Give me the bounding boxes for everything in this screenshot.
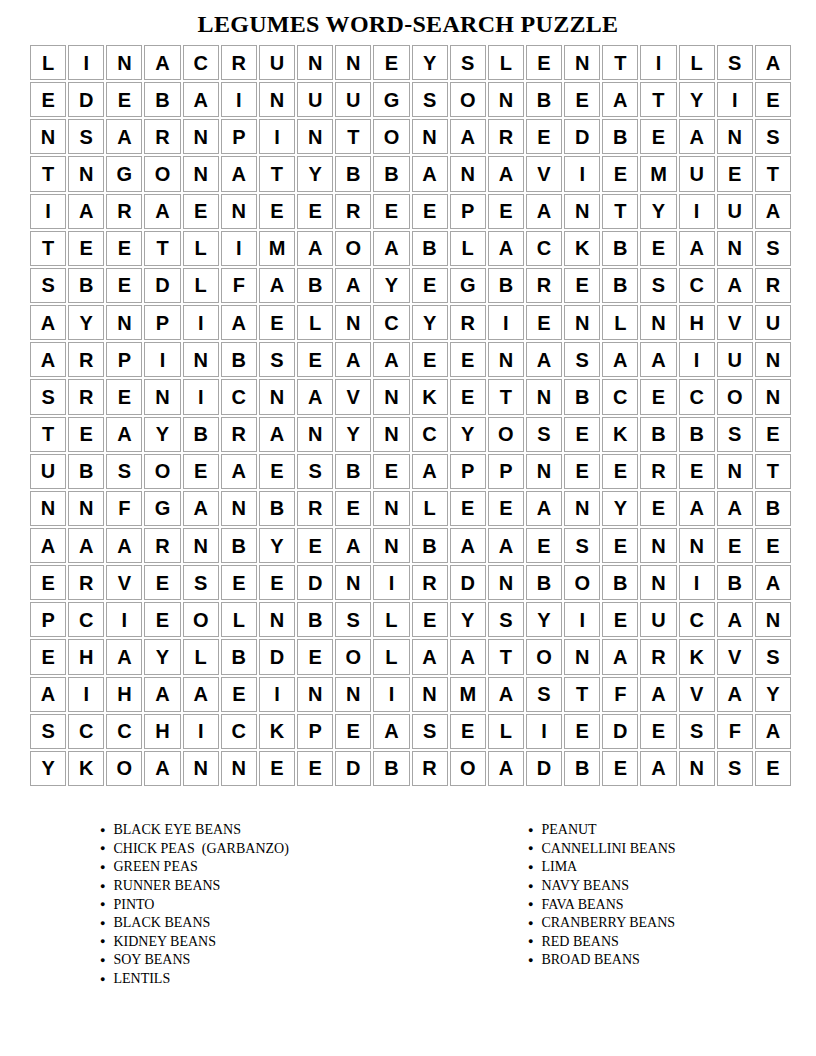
grid-cell[interactable]: G (450, 268, 486, 303)
grid-cell[interactable]: E (450, 491, 486, 526)
grid-cell[interactable]: A (526, 491, 562, 526)
grid-cell[interactable]: D (335, 751, 371, 786)
grid-cell[interactable]: S (259, 342, 295, 377)
grid-cell[interactable]: I (221, 231, 257, 266)
grid-cell[interactable]: N (755, 379, 791, 414)
grid-cell[interactable]: S (412, 714, 448, 749)
grid-cell[interactable]: S (564, 342, 600, 377)
grid-cell[interactable]: N (221, 491, 257, 526)
grid-cell[interactable]: F (717, 714, 753, 749)
grid-cell[interactable]: B (221, 342, 257, 377)
grid-cell[interactable]: A (526, 342, 562, 377)
grid-cell[interactable]: B (68, 268, 104, 303)
grid-cell[interactable]: E (526, 119, 562, 154)
grid-cell[interactable]: O (183, 602, 219, 637)
grid-cell[interactable]: I (488, 305, 524, 340)
grid-cell[interactable]: L (373, 639, 409, 674)
grid-cell[interactable]: D (259, 639, 295, 674)
grid-cell[interactable]: S (717, 417, 753, 452)
grid-cell[interactable]: C (221, 714, 257, 749)
grid-cell[interactable]: I (679, 342, 715, 377)
grid-cell[interactable]: B (144, 82, 180, 117)
grid-cell[interactable]: R (221, 45, 257, 80)
grid-cell[interactable]: K (68, 751, 104, 786)
grid-cell[interactable]: I (183, 714, 219, 749)
grid-cell[interactable]: I (259, 119, 295, 154)
grid-cell[interactable]: E (221, 677, 257, 712)
grid-cell[interactable]: O (144, 156, 180, 191)
grid-cell[interactable]: E (106, 82, 142, 117)
grid-cell[interactable]: N (679, 528, 715, 563)
grid-cell[interactable]: A (221, 454, 257, 489)
grid-cell[interactable]: K (259, 714, 295, 749)
grid-cell[interactable]: E (488, 194, 524, 229)
grid-cell[interactable]: A (30, 342, 66, 377)
grid-cell[interactable]: H (68, 639, 104, 674)
grid-cell[interactable]: B (335, 454, 371, 489)
grid-cell[interactable]: N (259, 602, 295, 637)
grid-cell[interactable]: Y (450, 602, 486, 637)
grid-cell[interactable]: L (412, 491, 448, 526)
grid-cell[interactable]: N (259, 82, 295, 117)
grid-cell[interactable]: N (679, 751, 715, 786)
grid-cell[interactable]: N (183, 528, 219, 563)
grid-cell[interactable]: A (602, 342, 638, 377)
grid-cell[interactable]: R (412, 565, 448, 600)
grid-cell[interactable]: R (755, 268, 791, 303)
grid-cell[interactable]: A (106, 417, 142, 452)
grid-cell[interactable]: A (640, 751, 676, 786)
grid-cell[interactable]: D (564, 119, 600, 154)
grid-cell[interactable]: A (450, 119, 486, 154)
grid-cell[interactable]: A (335, 342, 371, 377)
grid-cell[interactable]: Y (297, 156, 333, 191)
grid-cell[interactable]: B (373, 751, 409, 786)
grid-cell[interactable]: G (373, 82, 409, 117)
grid-cell[interactable]: M (450, 677, 486, 712)
grid-cell[interactable]: E (755, 751, 791, 786)
grid-cell[interactable]: C (679, 602, 715, 637)
grid-cell[interactable]: E (297, 751, 333, 786)
grid-cell[interactable]: A (755, 194, 791, 229)
grid-cell[interactable]: O (526, 639, 562, 674)
grid-cell[interactable]: L (450, 231, 486, 266)
grid-cell[interactable]: V (679, 677, 715, 712)
grid-cell[interactable]: A (450, 528, 486, 563)
grid-cell[interactable]: B (412, 528, 448, 563)
grid-cell[interactable]: L (30, 45, 66, 80)
grid-cell[interactable]: A (412, 639, 448, 674)
grid-cell[interactable]: L (183, 231, 219, 266)
grid-cell[interactable]: S (450, 45, 486, 80)
grid-cell[interactable]: D (144, 268, 180, 303)
grid-cell[interactable]: C (526, 231, 562, 266)
grid-cell[interactable]: U (30, 454, 66, 489)
grid-cell[interactable]: E (602, 602, 638, 637)
grid-cell[interactable]: E (373, 454, 409, 489)
grid-cell[interactable]: O (450, 82, 486, 117)
grid-cell[interactable]: E (717, 156, 753, 191)
grid-cell[interactable]: N (717, 231, 753, 266)
grid-cell[interactable]: E (526, 305, 562, 340)
grid-cell[interactable]: N (488, 565, 524, 600)
grid-cell[interactable]: C (602, 379, 638, 414)
grid-cell[interactable]: A (106, 119, 142, 154)
grid-cell[interactable]: T (640, 82, 676, 117)
grid-cell[interactable]: O (450, 751, 486, 786)
grid-cell[interactable]: N (717, 454, 753, 489)
grid-cell[interactable]: T (602, 45, 638, 80)
grid-cell[interactable]: O (335, 639, 371, 674)
grid-cell[interactable]: Y (412, 45, 448, 80)
grid-cell[interactable]: R (144, 119, 180, 154)
grid-cell[interactable]: B (602, 565, 638, 600)
grid-cell[interactable]: S (679, 714, 715, 749)
grid-cell[interactable]: B (221, 639, 257, 674)
grid-cell[interactable]: S (30, 714, 66, 749)
grid-cell[interactable]: L (488, 45, 524, 80)
grid-cell[interactable]: I (564, 156, 600, 191)
grid-cell[interactable]: A (144, 194, 180, 229)
grid-cell[interactable]: U (755, 305, 791, 340)
grid-cell[interactable]: L (679, 45, 715, 80)
grid-cell[interactable]: B (412, 231, 448, 266)
grid-cell[interactable]: N (412, 677, 448, 712)
grid-cell[interactable]: R (335, 194, 371, 229)
grid-cell[interactable]: S (755, 231, 791, 266)
grid-cell[interactable]: E (564, 82, 600, 117)
grid-cell[interactable]: N (755, 342, 791, 377)
grid-cell[interactable]: A (679, 491, 715, 526)
grid-cell[interactable]: B (602, 231, 638, 266)
grid-cell[interactable]: B (679, 417, 715, 452)
grid-cell[interactable]: A (679, 231, 715, 266)
grid-cell[interactable]: N (183, 119, 219, 154)
grid-cell[interactable]: A (335, 528, 371, 563)
grid-cell[interactable]: L (183, 268, 219, 303)
grid-cell[interactable]: R (297, 491, 333, 526)
grid-cell[interactable]: I (30, 194, 66, 229)
grid-cell[interactable]: A (144, 751, 180, 786)
grid-cell[interactable]: N (526, 454, 562, 489)
grid-cell[interactable]: I (373, 565, 409, 600)
grid-cell[interactable]: E (412, 194, 448, 229)
grid-cell[interactable]: E (602, 454, 638, 489)
grid-cell[interactable]: C (183, 45, 219, 80)
grid-cell[interactable]: B (564, 751, 600, 786)
grid-cell[interactable]: N (755, 602, 791, 637)
grid-cell[interactable]: L (373, 602, 409, 637)
grid-cell[interactable]: E (602, 528, 638, 563)
grid-cell[interactable]: N (106, 45, 142, 80)
grid-cell[interactable]: S (68, 119, 104, 154)
grid-cell[interactable]: Y (259, 528, 295, 563)
grid-cell[interactable]: N (297, 119, 333, 154)
grid-cell[interactable]: U (717, 342, 753, 377)
grid-cell[interactable]: N (640, 305, 676, 340)
grid-cell[interactable]: R (640, 639, 676, 674)
grid-cell[interactable]: T (30, 417, 66, 452)
grid-cell[interactable]: T (755, 454, 791, 489)
grid-cell[interactable]: C (106, 714, 142, 749)
grid-cell[interactable]: V (717, 305, 753, 340)
grid-cell[interactable]: E (450, 714, 486, 749)
grid-cell[interactable]: I (259, 677, 295, 712)
grid-cell[interactable]: D (526, 751, 562, 786)
grid-cell[interactable]: Y (335, 417, 371, 452)
grid-cell[interactable]: S (717, 751, 753, 786)
grid-cell[interactable]: T (30, 156, 66, 191)
grid-cell[interactable]: I (526, 714, 562, 749)
grid-cell[interactable]: A (717, 491, 753, 526)
grid-cell[interactable]: S (30, 379, 66, 414)
grid-cell[interactable]: N (297, 45, 333, 80)
grid-cell[interactable]: N (564, 305, 600, 340)
grid-cell[interactable]: O (717, 379, 753, 414)
grid-cell[interactable]: I (144, 342, 180, 377)
grid-cell[interactable]: A (106, 528, 142, 563)
grid-cell[interactable]: I (68, 677, 104, 712)
grid-cell[interactable]: R (221, 417, 257, 452)
grid-cell[interactable]: E (564, 268, 600, 303)
grid-cell[interactable]: E (640, 714, 676, 749)
grid-cell[interactable]: N (373, 491, 409, 526)
grid-cell[interactable]: A (717, 602, 753, 637)
grid-cell[interactable]: A (373, 714, 409, 749)
grid-cell[interactable]: A (221, 305, 257, 340)
grid-cell[interactable]: I (564, 602, 600, 637)
grid-cell[interactable]: B (755, 491, 791, 526)
grid-cell[interactable]: P (106, 342, 142, 377)
grid-cell[interactable]: E (259, 454, 295, 489)
grid-cell[interactable]: Y (526, 602, 562, 637)
grid-cell[interactable]: N (106, 305, 142, 340)
grid-cell[interactable]: E (564, 714, 600, 749)
grid-cell[interactable]: E (106, 231, 142, 266)
grid-cell[interactable]: Y (450, 417, 486, 452)
grid-cell[interactable]: A (30, 528, 66, 563)
grid-cell[interactable]: E (640, 379, 676, 414)
grid-cell[interactable]: T (488, 379, 524, 414)
grid-cell[interactable]: E (450, 379, 486, 414)
grid-cell[interactable]: O (564, 565, 600, 600)
grid-cell[interactable]: T (144, 231, 180, 266)
grid-cell[interactable]: K (679, 639, 715, 674)
grid-cell[interactable]: T (602, 194, 638, 229)
grid-cell[interactable]: E (183, 454, 219, 489)
grid-cell[interactable]: R (526, 268, 562, 303)
grid-cell[interactable]: N (564, 491, 600, 526)
grid-cell[interactable]: A (602, 639, 638, 674)
grid-cell[interactable]: N (335, 305, 371, 340)
grid-cell[interactable]: P (144, 305, 180, 340)
grid-cell[interactable]: A (450, 639, 486, 674)
grid-cell[interactable]: E (564, 417, 600, 452)
grid-cell[interactable]: U (259, 45, 295, 80)
grid-cell[interactable]: E (412, 342, 448, 377)
grid-cell[interactable]: A (488, 677, 524, 712)
grid-cell[interactable]: B (564, 379, 600, 414)
grid-cell[interactable]: S (755, 119, 791, 154)
grid-cell[interactable]: A (373, 342, 409, 377)
grid-cell[interactable]: M (259, 231, 295, 266)
grid-cell[interactable]: N (564, 45, 600, 80)
grid-cell[interactable]: E (755, 528, 791, 563)
grid-cell[interactable]: I (717, 82, 753, 117)
grid-cell[interactable]: B (526, 565, 562, 600)
grid-cell[interactable]: R (450, 305, 486, 340)
grid-cell[interactable]: V (526, 156, 562, 191)
grid-cell[interactable]: P (221, 119, 257, 154)
grid-cell[interactable]: A (183, 82, 219, 117)
grid-cell[interactable]: E (297, 528, 333, 563)
grid-cell[interactable]: B (717, 565, 753, 600)
grid-cell[interactable]: D (450, 565, 486, 600)
grid-cell[interactable]: O (335, 231, 371, 266)
grid-cell[interactable]: A (259, 268, 295, 303)
grid-cell[interactable]: A (221, 156, 257, 191)
grid-cell[interactable]: B (297, 268, 333, 303)
grid-cell[interactable]: E (259, 305, 295, 340)
grid-cell[interactable]: K (602, 417, 638, 452)
grid-cell[interactable]: N (412, 119, 448, 154)
grid-cell[interactable]: B (602, 119, 638, 154)
grid-cell[interactable]: A (183, 491, 219, 526)
grid-cell[interactable]: K (412, 379, 448, 414)
grid-cell[interactable]: B (68, 454, 104, 489)
grid-cell[interactable]: P (30, 602, 66, 637)
grid-cell[interactable]: A (640, 677, 676, 712)
grid-cell[interactable]: A (755, 45, 791, 80)
grid-cell[interactable]: N (183, 156, 219, 191)
grid-cell[interactable]: T (755, 156, 791, 191)
grid-cell[interactable]: R (68, 342, 104, 377)
grid-cell[interactable]: D (68, 82, 104, 117)
grid-cell[interactable]: C (68, 714, 104, 749)
grid-cell[interactable]: A (755, 565, 791, 600)
grid-cell[interactable]: A (297, 231, 333, 266)
grid-cell[interactable]: A (602, 82, 638, 117)
grid-cell[interactable]: R (68, 379, 104, 414)
grid-cell[interactable]: R (68, 565, 104, 600)
grid-cell[interactable]: E (412, 602, 448, 637)
grid-cell[interactable]: C (679, 268, 715, 303)
grid-cell[interactable]: N (183, 751, 219, 786)
grid-cell[interactable]: N (373, 379, 409, 414)
grid-cell[interactable]: A (259, 417, 295, 452)
grid-cell[interactable]: P (450, 454, 486, 489)
grid-cell[interactable]: E (335, 491, 371, 526)
grid-cell[interactable]: E (259, 751, 295, 786)
grid-cell[interactable]: O (144, 454, 180, 489)
grid-cell[interactable]: M (640, 156, 676, 191)
grid-cell[interactable]: I (183, 379, 219, 414)
grid-cell[interactable]: Y (755, 677, 791, 712)
grid-cell[interactable]: Y (412, 305, 448, 340)
grid-cell[interactable]: T (259, 156, 295, 191)
grid-cell[interactable]: N (373, 417, 409, 452)
grid-cell[interactable]: E (526, 528, 562, 563)
grid-cell[interactable]: E (297, 639, 333, 674)
grid-cell[interactable]: N (717, 119, 753, 154)
grid-cell[interactable]: N (335, 45, 371, 80)
grid-cell[interactable]: S (717, 45, 753, 80)
grid-cell[interactable]: E (259, 194, 295, 229)
grid-cell[interactable]: A (297, 379, 333, 414)
grid-cell[interactable]: I (68, 45, 104, 80)
grid-cell[interactable]: N (640, 528, 676, 563)
grid-cell[interactable]: C (373, 305, 409, 340)
grid-cell[interactable]: C (68, 602, 104, 637)
grid-cell[interactable]: Y (602, 491, 638, 526)
grid-cell[interactable]: P (450, 194, 486, 229)
grid-cell[interactable]: O (488, 417, 524, 452)
grid-cell[interactable]: N (30, 491, 66, 526)
grid-cell[interactable]: N (30, 119, 66, 154)
grid-cell[interactable]: C (679, 379, 715, 414)
grid-cell[interactable]: Y (68, 305, 104, 340)
grid-cell[interactable]: U (297, 82, 333, 117)
grid-cell[interactable]: U (679, 156, 715, 191)
grid-cell[interactable]: D (297, 565, 333, 600)
grid-cell[interactable]: Y (30, 751, 66, 786)
grid-cell[interactable]: A (412, 156, 448, 191)
grid-cell[interactable]: E (106, 379, 142, 414)
grid-cell[interactable]: Y (144, 417, 180, 452)
grid-cell[interactable]: L (297, 305, 333, 340)
grid-cell[interactable]: E (640, 491, 676, 526)
grid-cell[interactable]: A (717, 677, 753, 712)
grid-cell[interactable]: E (68, 417, 104, 452)
grid-cell[interactable]: S (488, 602, 524, 637)
grid-cell[interactable]: C (412, 417, 448, 452)
grid-cell[interactable]: N (297, 417, 333, 452)
grid-cell[interactable]: Y (373, 268, 409, 303)
grid-cell[interactable]: N (68, 156, 104, 191)
grid-cell[interactable]: O (373, 119, 409, 154)
grid-cell[interactable]: N (640, 565, 676, 600)
grid-cell[interactable]: I (221, 82, 257, 117)
grid-cell[interactable]: V (106, 565, 142, 600)
grid-cell[interactable]: A (526, 194, 562, 229)
grid-cell[interactable]: S (564, 528, 600, 563)
grid-cell[interactable]: O (106, 751, 142, 786)
grid-cell[interactable]: E (602, 751, 638, 786)
grid-cell[interactable]: H (679, 305, 715, 340)
grid-cell[interactable]: E (679, 454, 715, 489)
grid-cell[interactable]: N (144, 379, 180, 414)
grid-cell[interactable]: E (221, 565, 257, 600)
grid-cell[interactable]: H (144, 714, 180, 749)
grid-cell[interactable]: N (221, 194, 257, 229)
grid-cell[interactable]: L (183, 639, 219, 674)
grid-cell[interactable]: E (144, 602, 180, 637)
grid-cell[interactable]: S (526, 677, 562, 712)
grid-cell[interactable]: I (373, 677, 409, 712)
grid-cell[interactable]: A (412, 454, 448, 489)
grid-cell[interactable]: E (297, 194, 333, 229)
grid-cell[interactable]: L (488, 714, 524, 749)
grid-cell[interactable]: E (602, 156, 638, 191)
grid-cell[interactable]: N (373, 528, 409, 563)
grid-cell[interactable]: C (221, 379, 257, 414)
grid-cell[interactable]: I (183, 305, 219, 340)
grid-cell[interactable]: K (564, 231, 600, 266)
grid-cell[interactable]: T (564, 677, 600, 712)
grid-cell[interactable]: A (144, 45, 180, 80)
grid-cell[interactable]: B (297, 602, 333, 637)
grid-cell[interactable]: E (526, 45, 562, 80)
